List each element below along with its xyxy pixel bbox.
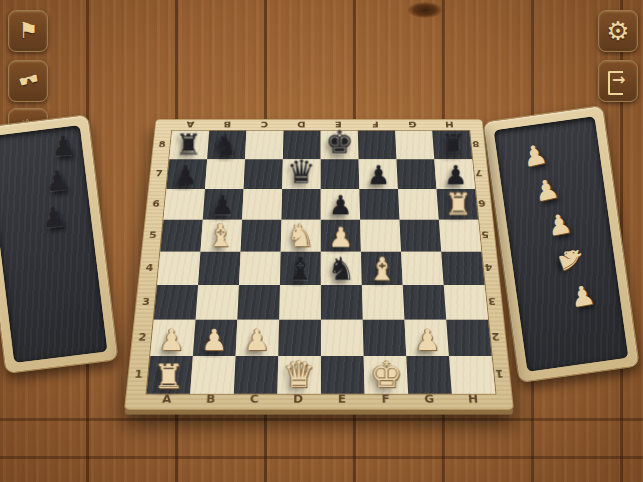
coord-label-5: 5	[476, 219, 494, 251]
coord-label-A: A	[171, 120, 209, 130]
square-f8[interactable]	[358, 131, 397, 160]
coord-label-1: 1	[490, 355, 510, 393]
square-h6[interactable]: ♜	[437, 189, 479, 220]
square-d5[interactable]: ♞	[281, 220, 321, 252]
square-b4[interactable]	[198, 252, 241, 285]
square-g5[interactable]	[399, 220, 441, 252]
square-b1[interactable]	[190, 356, 235, 394]
square-b2[interactable]: ♟	[193, 320, 237, 356]
coord-label-8: 8	[468, 130, 485, 159]
piece-black-knight-e4[interactable]: ♞	[321, 253, 362, 285]
board-frame: ♜♞♚♜♟♛♟♟♟♟♜♝♞♟♝♞♝♟♟♟♟♜♛♚ ABCDEFGH ABCDEF…	[124, 119, 514, 410]
captured-knight: ♞	[552, 241, 589, 277]
square-h7[interactable]: ♟	[434, 159, 475, 189]
square-g4[interactable]	[401, 252, 444, 285]
square-b5[interactable]: ♝	[200, 220, 242, 252]
piece-black-pawn-e6[interactable]: ♟	[321, 192, 360, 219]
square-f5[interactable]	[360, 220, 401, 252]
square-a4[interactable]	[157, 252, 200, 285]
coord-label-3: 3	[483, 284, 502, 319]
captured-pawn: ♟	[40, 203, 67, 233]
exit-icon: →	[608, 71, 628, 91]
piece-white-pawn-b2[interactable]: ♟	[193, 326, 236, 355]
square-b7[interactable]	[205, 159, 245, 189]
handshake-icon: ☛☚	[17, 72, 33, 90]
captured-pawn: ♟	[50, 132, 76, 160]
piece-black-knight-b8[interactable]: ♞	[207, 129, 245, 158]
square-h1[interactable]	[449, 356, 495, 394]
square-c3[interactable]	[237, 285, 280, 320]
square-e8[interactable]: ♚	[321, 131, 359, 160]
square-d7[interactable]: ♛	[282, 159, 321, 189]
square-c4[interactable]	[239, 252, 281, 285]
piece-white-rook-h6[interactable]: ♜	[439, 189, 478, 219]
coord-label-8: 8	[154, 130, 171, 159]
coord-label-E: E	[320, 120, 357, 130]
piece-white-pawn-a2[interactable]: ♟	[150, 326, 193, 355]
coord-label-6: 6	[147, 188, 164, 219]
square-e5[interactable]: ♟	[321, 220, 361, 252]
piece-black-queen-d7[interactable]: ♛	[282, 156, 321, 188]
captured-pawn: ♟	[532, 174, 561, 205]
settings-button[interactable]: ⚙	[598, 10, 638, 52]
piece-black-pawn-f7[interactable]: ♟	[359, 162, 398, 188]
piece-white-bishop-b5[interactable]: ♝	[201, 220, 241, 251]
square-h3[interactable]	[444, 285, 488, 320]
captured-pawn: ♟	[44, 166, 70, 195]
coord-label-7: 7	[151, 159, 168, 189]
square-f2[interactable]	[363, 320, 407, 356]
square-g6[interactable]	[398, 189, 439, 220]
piece-white-pawn-g2[interactable]: ♟	[406, 326, 449, 355]
coord-label-7: 7	[470, 159, 487, 189]
square-e2[interactable]	[321, 320, 364, 356]
square-h8[interactable]: ♜	[432, 131, 472, 160]
square-c6[interactable]	[242, 189, 282, 220]
square-d3[interactable]	[279, 285, 321, 320]
piece-white-pawn-e5[interactable]: ♟	[321, 224, 361, 251]
coord-label-6: 6	[473, 188, 490, 219]
square-h5[interactable]	[439, 220, 482, 252]
square-g8[interactable]	[395, 131, 434, 160]
coord-label-4: 4	[479, 251, 497, 284]
square-b6[interactable]: ♟	[203, 189, 244, 220]
piece-black-rook-a8[interactable]: ♜	[169, 129, 207, 158]
piece-black-pawn-h7[interactable]: ♟	[436, 162, 475, 188]
square-c5[interactable]	[241, 220, 282, 252]
square-d4[interactable]: ♝	[280, 252, 321, 285]
square-a3[interactable]	[154, 285, 198, 320]
flag-icon: ⚑	[18, 20, 38, 42]
square-h4[interactable]	[441, 252, 484, 285]
coord-label-3: 3	[137, 284, 156, 319]
square-c2[interactable]: ♟	[236, 320, 280, 356]
square-g2[interactable]: ♟	[404, 320, 448, 356]
square-a2[interactable]: ♟	[150, 320, 195, 356]
square-e1[interactable]	[321, 356, 365, 394]
square-d1[interactable]: ♛	[277, 356, 321, 394]
square-e4[interactable]: ♞	[321, 252, 362, 285]
draw-offer-button[interactable]: ☛☚	[8, 60, 48, 102]
square-f7[interactable]: ♟	[359, 159, 398, 189]
piece-black-rook-h8[interactable]: ♜	[434, 129, 472, 158]
square-a6[interactable]	[163, 189, 205, 220]
coord-label-5: 5	[144, 219, 162, 251]
square-e7[interactable]	[321, 159, 360, 189]
coord-label-D: D	[283, 120, 320, 130]
square-a7[interactable]: ♟	[166, 159, 207, 189]
piece-white-queen-d1[interactable]: ♛	[277, 356, 321, 393]
piece-white-bishop-f4[interactable]: ♝	[362, 253, 403, 285]
board-grid: ♜♞♚♜♟♛♟♟♟♟♜♝♞♟♝♞♝♟♟♟♟♜♛♚	[145, 130, 496, 395]
square-d2[interactable]	[278, 320, 321, 356]
square-c7[interactable]	[244, 159, 283, 189]
piece-white-pawn-c2[interactable]: ♟	[236, 326, 279, 355]
square-f3[interactable]	[362, 285, 405, 320]
coord-label-2: 2	[486, 319, 505, 355]
square-h2[interactable]	[446, 320, 491, 356]
chess-board: ♜♞♚♜♟♛♟♟♟♟♜♝♞♟♝♞♝♟♟♟♟♜♛♚ ABCDEFGH ABCDEF…	[124, 119, 514, 410]
piece-white-rook-a1[interactable]: ♜	[147, 359, 191, 393]
square-d6[interactable]	[281, 189, 320, 220]
coord-label-F: F	[357, 120, 394, 130]
square-c8[interactable]	[245, 131, 284, 160]
captured-pawn: ♟	[568, 281, 597, 312]
gear-icon: ⚙	[606, 18, 629, 44]
coord-label-C: C	[246, 120, 283, 130]
piece-black-pawn-b6[interactable]: ♟	[203, 192, 242, 219]
square-a1[interactable]: ♜	[147, 356, 193, 394]
coord-label-G: G	[394, 120, 432, 130]
square-g7[interactable]	[396, 159, 436, 189]
square-e6[interactable]: ♟	[321, 189, 360, 220]
square-f1[interactable]: ♚	[364, 356, 409, 394]
square-g3[interactable]	[403, 285, 447, 320]
square-f4[interactable]: ♝	[361, 252, 403, 285]
square-b8[interactable]: ♞	[207, 131, 246, 160]
coord-label-H: H	[431, 120, 469, 130]
captured-pawn: ♟	[520, 140, 549, 171]
captured-pawn: ♟	[545, 209, 574, 240]
piece-white-knight-d5[interactable]: ♞	[281, 220, 321, 251]
piece-white-king-f1[interactable]: ♚	[365, 356, 409, 393]
floor-plank-seam	[0, 456, 643, 459]
piece-black-bishop-d4[interactable]: ♝	[280, 253, 321, 285]
file-labels-top: ABCDEFGH	[171, 120, 468, 130]
square-e3[interactable]	[321, 285, 363, 320]
square-c1[interactable]	[234, 356, 278, 394]
wood-knot	[408, 2, 442, 18]
square-a5[interactable]	[160, 220, 202, 252]
square-f6[interactable]	[359, 189, 399, 220]
piece-black-pawn-a7[interactable]: ♟	[166, 162, 205, 188]
piece-black-king-e8[interactable]: ♚	[321, 127, 359, 159]
captured-black-tray: ♟♟♟	[0, 114, 119, 374]
square-g1[interactable]	[406, 356, 451, 394]
exit-button[interactable]: →	[598, 60, 638, 102]
resign-flag-button[interactable]: ⚑	[8, 10, 48, 52]
square-b3[interactable]	[196, 285, 239, 320]
floor-plank-seam	[0, 418, 643, 421]
square-a8[interactable]: ♜	[169, 131, 209, 160]
coord-label-B: B	[208, 120, 246, 130]
